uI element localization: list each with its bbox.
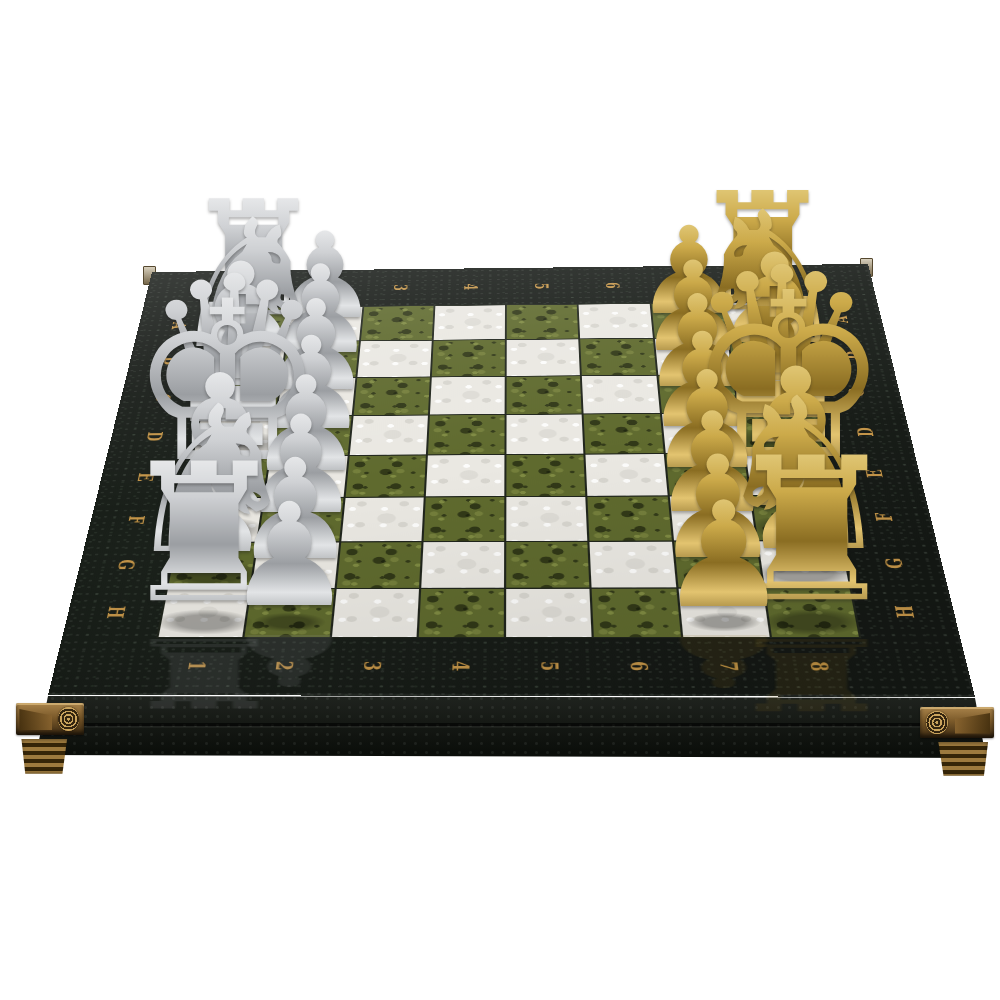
coord-front-7: 7 (716, 661, 741, 671)
square-A5 (507, 305, 579, 340)
square-H8 (765, 588, 859, 637)
bronze-foot-left (16, 700, 84, 776)
coord-back-3: 3 (391, 284, 410, 290)
square-A1 (216, 307, 291, 341)
coord-left-B: B (160, 357, 181, 365)
coord-back-1: 1 (251, 286, 271, 292)
square-E6 (586, 454, 667, 496)
coord-left-C: C (152, 394, 174, 402)
square-G2 (252, 542, 339, 588)
square-B1 (209, 342, 286, 378)
coord-front-2: 2 (272, 661, 297, 671)
coord-right-H: H (891, 605, 918, 618)
square-C4 (430, 377, 505, 415)
foot-volute-icon (58, 707, 78, 731)
square-E7 (665, 454, 749, 496)
square-E2 (265, 456, 347, 497)
bronze-foot-right (920, 704, 994, 778)
coord-front-6: 6 (626, 661, 651, 671)
square-F3 (341, 498, 424, 541)
front-edge-groove (36, 723, 990, 726)
square-D3 (349, 415, 427, 454)
coord-back-2: 2 (320, 285, 340, 291)
square-H4 (418, 589, 503, 637)
coord-right-G: G (880, 558, 906, 569)
coord-right-C: C (845, 388, 868, 396)
product-photo-stage: AA11BB22CC33DD44EE55FF66GG77HH88 ♜♟♟♜♞♟♟… (0, 0, 1000, 1000)
square-C1 (201, 378, 280, 416)
square-H2 (245, 589, 334, 637)
square-C2 (277, 378, 355, 416)
square-D2 (271, 416, 351, 455)
square-G3 (336, 542, 421, 588)
square-B3 (357, 341, 432, 377)
foot-steps (21, 739, 69, 774)
square-F2 (259, 498, 343, 541)
square-G5 (506, 542, 589, 588)
square-E4 (426, 455, 505, 496)
coord-back-5: 5 (532, 283, 551, 289)
coord-left-F: F (124, 516, 147, 524)
square-A4 (433, 305, 505, 340)
square-F1 (177, 498, 263, 541)
square-E1 (186, 456, 270, 497)
coord-right-D: D (853, 427, 876, 437)
square-E8 (745, 453, 831, 495)
coordinate-labels: AA11BB22CC33DD44EE55FF66GG77HH88 (152, 264, 868, 272)
square-B6 (580, 339, 655, 375)
square-A2 (288, 307, 362, 341)
coord-back-4: 4 (461, 284, 480, 290)
board-front-edge (36, 694, 990, 762)
square-B2 (283, 341, 359, 377)
coord-back-7: 7 (674, 281, 694, 287)
chess-board: AA11BB22CC33DD44EE55FF66GG77HH88 (48, 264, 975, 697)
square-F4 (423, 497, 504, 541)
square-A8 (724, 302, 802, 337)
coord-left-E: E (134, 473, 157, 482)
square-G7 (674, 541, 763, 587)
coord-right-E: E (862, 469, 886, 478)
square-A3 (360, 306, 433, 340)
square-B7 (654, 338, 732, 374)
square-B4 (432, 340, 505, 376)
square-E5 (506, 455, 585, 497)
coord-front-8: 8 (806, 661, 832, 671)
square-C7 (658, 375, 738, 413)
square-H3 (331, 589, 418, 637)
coord-front-4: 4 (448, 661, 472, 671)
coord-front-3: 3 (360, 661, 384, 671)
coord-left-A: A (168, 322, 189, 329)
square-E3 (345, 455, 425, 496)
coord-right-A: A (829, 316, 851, 323)
square-D4 (428, 415, 505, 455)
coord-left-G: G (114, 559, 138, 570)
square-G6 (590, 541, 676, 587)
square-C8 (734, 374, 816, 412)
coord-front-1: 1 (184, 661, 209, 671)
square-D5 (506, 414, 583, 454)
foot-steps (936, 742, 988, 776)
square-C3 (353, 377, 429, 415)
square-B5 (507, 339, 580, 375)
square-F7 (669, 496, 755, 540)
square-D6 (584, 414, 663, 454)
square-A7 (651, 303, 727, 338)
coord-back-8: 8 (745, 281, 765, 287)
square-G4 (421, 542, 504, 588)
square-H6 (592, 588, 680, 636)
square-F6 (588, 497, 672, 541)
square-F5 (506, 497, 587, 541)
square-H1 (159, 589, 250, 637)
square-C5 (507, 376, 582, 414)
coord-right-B: B (837, 351, 859, 360)
square-B8 (729, 337, 809, 373)
square-H7 (678, 588, 769, 637)
square-F8 (751, 496, 840, 540)
coord-front-5: 5 (537, 661, 561, 671)
checker-area (159, 302, 859, 637)
coord-left-D: D (143, 432, 166, 441)
square-D8 (740, 413, 824, 453)
square-D1 (194, 416, 275, 455)
square-H5 (506, 589, 592, 637)
square-C6 (582, 375, 659, 413)
square-D7 (662, 413, 744, 453)
coord-right-F: F (871, 513, 895, 522)
square-A6 (579, 304, 653, 339)
square-G8 (758, 541, 849, 587)
square-G1 (168, 542, 256, 587)
coord-left-H: H (103, 606, 128, 618)
coord-back-6: 6 (603, 282, 623, 288)
